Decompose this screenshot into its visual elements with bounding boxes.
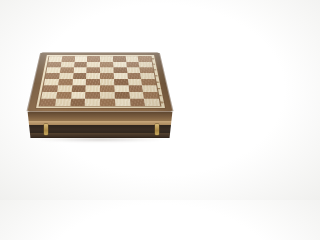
board-square xyxy=(55,99,71,106)
drop-shadow xyxy=(34,137,166,142)
coordinate-dot xyxy=(153,64,155,65)
board-square xyxy=(85,99,100,106)
coordinate-dot xyxy=(158,88,160,89)
board-square xyxy=(100,92,115,99)
coordinate-dot xyxy=(155,75,157,76)
board-square xyxy=(143,92,159,99)
coordinate-dot xyxy=(152,58,154,59)
brass-hinge-right-icon xyxy=(155,124,159,135)
board-square xyxy=(41,92,57,99)
case-front-edge xyxy=(27,112,173,139)
chess-board-case-top xyxy=(28,53,173,112)
board-square xyxy=(144,99,160,106)
maple-banding xyxy=(34,55,165,109)
walnut-frame xyxy=(28,53,173,112)
board-square xyxy=(115,99,130,106)
board-square xyxy=(129,99,145,106)
board-square xyxy=(56,92,71,99)
chess-board-grid xyxy=(39,56,162,107)
board-square xyxy=(71,92,86,99)
coordinate-dot xyxy=(157,82,159,83)
coordinate-dot xyxy=(161,102,164,103)
board-square xyxy=(129,92,144,99)
coordinate-dot xyxy=(159,95,162,96)
board-square xyxy=(85,92,100,99)
coordinate-dot xyxy=(154,70,156,71)
board-square xyxy=(70,99,85,106)
case-seam xyxy=(27,125,173,134)
product-photo xyxy=(0,0,200,200)
board-square xyxy=(114,92,129,99)
front-bevel xyxy=(27,112,173,122)
board-square xyxy=(100,99,115,106)
board-square xyxy=(40,99,56,106)
brass-hinge-left-icon xyxy=(44,124,48,135)
